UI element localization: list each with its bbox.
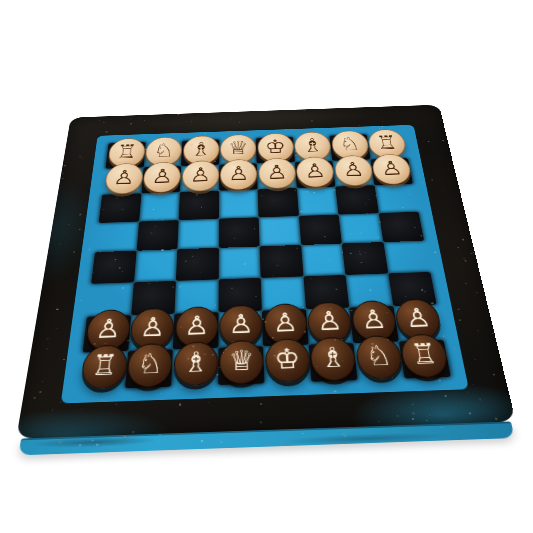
square-b1: ♘ bbox=[125, 349, 173, 388]
piece-white-king: ♔ bbox=[265, 338, 311, 383]
paint-speck bbox=[463, 258, 465, 259]
paint-speck bbox=[47, 338, 49, 339]
piece-black-pawn: ♙ bbox=[104, 163, 144, 195]
black-pawn-glyph: ♙ bbox=[341, 160, 365, 180]
board-perspective-wrapper: ♖♘♗♕♔♗♘♖♙♙♙♙♙♙♙♙♙♙♙♙♙♙♙♙♖♘♗♕♔♗♘♖ bbox=[16, 105, 516, 439]
square-f1: ♗ bbox=[308, 343, 357, 382]
paint-speck bbox=[477, 330, 479, 332]
square-a7: ♙ bbox=[102, 167, 143, 195]
square-e5 bbox=[259, 216, 301, 247]
board-tilt-wrapper: ♖♘♗♕♔♗♘♖♙♙♙♙♙♙♙♙♙♙♙♙♙♙♙♙♖♘♗♕♔♗♘♖ bbox=[0, 0, 533, 533]
square-c4 bbox=[176, 248, 219, 281]
white-bishop-glyph: ♗ bbox=[319, 343, 347, 371]
paint-speck bbox=[468, 392, 469, 393]
paint-speck bbox=[431, 179, 433, 180]
square-e4 bbox=[260, 245, 303, 278]
piece-black-pawn: ♙ bbox=[220, 159, 257, 190]
paint-speck bbox=[77, 165, 78, 166]
paint-speck bbox=[63, 359, 65, 361]
paint-speck bbox=[231, 118, 232, 119]
piece-white-bishop: ♗ bbox=[173, 341, 218, 386]
paint-speck bbox=[56, 328, 57, 329]
white-king-glyph: ♔ bbox=[274, 345, 301, 374]
piece-white-rook: ♖ bbox=[399, 333, 450, 377]
square-h7: ♙ bbox=[370, 158, 413, 185]
paint-speck bbox=[474, 359, 476, 360]
square-f5 bbox=[299, 214, 342, 245]
paint-speck bbox=[396, 415, 398, 417]
black-pawn-glyph: ♙ bbox=[112, 167, 135, 187]
square-f7: ♙ bbox=[294, 160, 335, 188]
paint-speck bbox=[106, 131, 108, 132]
paint-speck bbox=[260, 422, 262, 423]
black-pawn-glyph: ♙ bbox=[266, 162, 288, 182]
paint-speck bbox=[60, 401, 62, 402]
square-h4 bbox=[383, 241, 430, 273]
paint-speck bbox=[492, 374, 495, 376]
paint-speck bbox=[208, 403, 209, 404]
board-side-edge bbox=[18, 421, 514, 455]
white-pawn-glyph: ♙ bbox=[404, 305, 433, 332]
paint-speck bbox=[456, 327, 458, 329]
paint-speck bbox=[442, 191, 444, 192]
paint-speck bbox=[64, 165, 65, 166]
black-pawn-glyph: ♙ bbox=[304, 161, 327, 181]
paint-speck bbox=[69, 238, 70, 239]
black-knight-glyph: ♘ bbox=[338, 135, 361, 154]
piece-white-knight: ♘ bbox=[354, 335, 404, 379]
board-playing-field: ♖♘♗♕♔♗♘♖♙♙♙♙♙♙♙♙♙♙♙♙♙♙♙♙♖♘♗♕♔♗♘♖ bbox=[61, 125, 469, 404]
paint-speck bbox=[370, 404, 371, 405]
paint-speck bbox=[38, 285, 39, 286]
paint-speck bbox=[80, 156, 81, 157]
square-h6 bbox=[374, 184, 418, 213]
black-rook-glyph: ♖ bbox=[375, 133, 399, 152]
white-knight-glyph: ♘ bbox=[364, 342, 393, 370]
piece-black-pawn: ♙ bbox=[333, 155, 374, 186]
square-g6 bbox=[335, 185, 378, 214]
paint-speck bbox=[140, 118, 141, 119]
paint-speck bbox=[56, 308, 58, 310]
paint-speck bbox=[52, 409, 53, 410]
black-pawn-glyph: ♙ bbox=[151, 166, 173, 186]
paint-speck bbox=[473, 252, 475, 253]
piece-black-pawn: ♙ bbox=[371, 153, 413, 184]
paint-speck bbox=[239, 122, 240, 123]
paint-speck bbox=[22, 371, 24, 373]
square-d7: ♙ bbox=[219, 163, 258, 191]
white-rook-glyph: ♖ bbox=[409, 340, 439, 368]
paint-speck bbox=[429, 415, 430, 416]
piece-black-pawn: ♙ bbox=[258, 157, 296, 188]
paint-speck bbox=[448, 169, 449, 170]
piece-white-bishop: ♗ bbox=[309, 336, 357, 380]
paint-speck bbox=[412, 418, 414, 420]
paint-speck bbox=[460, 250, 461, 251]
square-d4 bbox=[218, 246, 260, 279]
paint-speck bbox=[59, 243, 61, 245]
square-f4 bbox=[301, 244, 346, 277]
paint-speck bbox=[130, 123, 132, 124]
square-h1: ♖ bbox=[398, 340, 450, 379]
black-rook-glyph: ♖ bbox=[115, 142, 138, 161]
square-d6 bbox=[219, 189, 259, 218]
paint-speck bbox=[46, 348, 48, 349]
paint-speck bbox=[62, 178, 64, 179]
white-pawn-glyph: ♙ bbox=[229, 311, 254, 338]
square-e6 bbox=[258, 188, 299, 217]
square-c7: ♙ bbox=[180, 164, 219, 192]
paint-speck bbox=[178, 114, 179, 115]
paint-speck bbox=[469, 412, 472, 414]
square-f6 bbox=[296, 187, 338, 216]
paint-speck bbox=[465, 283, 467, 284]
square-g7: ♙ bbox=[332, 159, 374, 186]
paint-speck bbox=[457, 309, 459, 311]
paint-speck bbox=[442, 140, 443, 141]
square-c1: ♗ bbox=[171, 347, 218, 386]
white-rook-glyph: ♖ bbox=[90, 351, 118, 380]
paint-speck bbox=[191, 121, 192, 122]
paint-speck bbox=[304, 110, 306, 111]
paint-speck bbox=[25, 424, 26, 425]
chess-board: ♖♘♗♕♔♗♘♖♙♙♙♙♙♙♙♙♙♙♙♙♙♙♙♙♖♘♗♕♔♗♘♖ bbox=[16, 105, 516, 439]
paint-speck bbox=[344, 105, 346, 106]
square-a4 bbox=[91, 251, 136, 284]
paint-speck bbox=[62, 173, 64, 174]
paint-speck bbox=[474, 295, 475, 296]
paint-speck bbox=[68, 224, 70, 225]
paint-speck bbox=[20, 426, 21, 427]
paint-speck bbox=[476, 292, 478, 293]
paint-speck bbox=[311, 120, 313, 121]
paint-speck bbox=[465, 260, 467, 261]
square-g5 bbox=[338, 213, 383, 244]
white-queen-glyph: ♕ bbox=[229, 346, 255, 375]
square-c5 bbox=[177, 218, 218, 249]
black-pawn-glyph: ♙ bbox=[190, 165, 212, 185]
paint-speck bbox=[81, 408, 82, 409]
board-grid: ♖♘♗♕♔♗♘♖♙♙♙♙♙♙♙♙♙♙♙♙♙♙♙♙♖♘♗♕♔♗♘♖ bbox=[78, 133, 451, 390]
square-a6 bbox=[99, 193, 141, 222]
square-e1: ♔ bbox=[263, 344, 311, 383]
square-b6 bbox=[139, 192, 180, 221]
paint-speck bbox=[130, 119, 131, 120]
paint-speck bbox=[103, 122, 104, 123]
paint-speck bbox=[492, 333, 494, 334]
piece-black-pawn: ♙ bbox=[181, 160, 218, 191]
paint-speck bbox=[79, 229, 80, 230]
piece-white-queen: ♕ bbox=[220, 339, 265, 384]
white-pawn-glyph: ♙ bbox=[316, 308, 343, 335]
square-d5 bbox=[218, 217, 259, 248]
paint-speck bbox=[461, 403, 462, 404]
white-pawn-glyph: ♙ bbox=[272, 310, 298, 337]
square-d1: ♕ bbox=[218, 346, 265, 385]
white-knight-glyph: ♘ bbox=[137, 349, 164, 378]
piece-black-pawn: ♙ bbox=[296, 156, 336, 187]
paint-speck bbox=[42, 381, 43, 382]
square-g4 bbox=[342, 242, 388, 274]
paint-speck bbox=[480, 400, 481, 401]
paint-speck bbox=[79, 156, 81, 157]
paint-speck bbox=[495, 418, 498, 420]
paint-speck bbox=[378, 421, 379, 422]
paint-speck bbox=[412, 412, 415, 414]
black-queen-glyph: ♕ bbox=[228, 139, 249, 158]
paint-speck bbox=[459, 319, 461, 320]
paint-speck bbox=[179, 403, 181, 405]
square-b4 bbox=[134, 249, 178, 282]
square-c6 bbox=[179, 191, 219, 220]
square-a5 bbox=[95, 221, 139, 252]
paint-speck bbox=[40, 391, 42, 392]
paint-speck bbox=[412, 404, 414, 406]
square-b5 bbox=[136, 220, 178, 251]
paint-speck bbox=[462, 239, 464, 240]
paint-speck bbox=[478, 398, 481, 400]
paint-speck bbox=[33, 397, 36, 399]
square-e7: ♙ bbox=[257, 162, 297, 190]
paint-speck bbox=[444, 395, 446, 397]
square-b7: ♙ bbox=[141, 166, 181, 194]
white-pawn-glyph: ♙ bbox=[184, 313, 209, 340]
paint-speck bbox=[144, 120, 145, 121]
white-pawn-glyph: ♙ bbox=[139, 314, 165, 341]
paint-speck bbox=[331, 107, 332, 108]
paint-speck bbox=[458, 313, 459, 314]
white-pawn-glyph: ♙ bbox=[360, 307, 388, 334]
black-king-glyph: ♔ bbox=[265, 137, 287, 156]
paint-speck bbox=[219, 110, 220, 111]
square-h5 bbox=[378, 211, 424, 242]
paint-speck bbox=[430, 118, 431, 119]
square-a1: ♖ bbox=[78, 351, 128, 390]
paint-speck bbox=[473, 384, 474, 385]
paint-speck bbox=[470, 253, 472, 255]
paint-speck bbox=[46, 250, 48, 251]
square-g1: ♘ bbox=[353, 341, 404, 380]
black-bishop-glyph: ♗ bbox=[190, 140, 211, 159]
paint-speck bbox=[441, 120, 442, 121]
paint-speck bbox=[426, 420, 427, 421]
white-pawn-glyph: ♙ bbox=[95, 316, 122, 343]
paint-speck bbox=[457, 247, 459, 248]
paint-speck bbox=[261, 403, 263, 404]
black-pawn-glyph: ♙ bbox=[228, 163, 249, 183]
paint-speck bbox=[460, 227, 461, 228]
white-bishop-glyph: ♗ bbox=[183, 348, 209, 377]
paint-speck bbox=[428, 141, 429, 142]
paint-speck bbox=[73, 251, 75, 253]
black-pawn-glyph: ♙ bbox=[379, 158, 404, 178]
black-bishop-glyph: ♗ bbox=[302, 136, 324, 155]
black-knight-glyph: ♘ bbox=[153, 141, 175, 160]
paint-speck bbox=[79, 214, 81, 215]
paint-speck bbox=[132, 431, 134, 433]
paint-speck bbox=[115, 404, 116, 405]
photo-background: ♖♘♗♕♔♗♘♖♙♙♙♙♙♙♙♙♙♙♙♙♙♙♙♙♖♘♗♕♔♗♘♖ bbox=[0, 0, 533, 533]
